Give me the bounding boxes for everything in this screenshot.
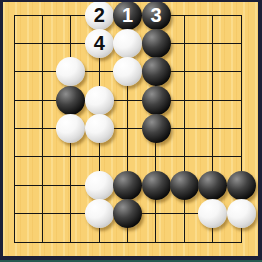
board-cell[interactable]	[43, 186, 71, 214]
board-cell[interactable]	[185, 16, 213, 44]
white-stone: 2	[85, 2, 114, 30]
board-cell[interactable]	[15, 72, 43, 100]
board-cell[interactable]	[213, 101, 241, 129]
board-cell[interactable]	[43, 214, 71, 242]
black-stone: 3	[142, 2, 171, 30]
board-cell[interactable]	[43, 16, 71, 44]
black-stone	[142, 86, 171, 115]
board-cell[interactable]	[15, 101, 43, 129]
white-stone	[113, 29, 142, 58]
black-stone	[113, 171, 142, 200]
board-cell[interactable]	[43, 157, 71, 185]
move-number-label: 1	[122, 5, 133, 25]
board-cell[interactable]	[15, 129, 43, 157]
board-cell[interactable]	[185, 129, 213, 157]
board-cell[interactable]	[185, 44, 213, 72]
board-cell[interactable]	[15, 186, 43, 214]
board-cell[interactable]	[213, 72, 241, 100]
board-cell[interactable]	[213, 16, 241, 44]
move-number-label: 4	[94, 33, 105, 53]
white-stone	[227, 199, 256, 228]
board-cell[interactable]	[15, 214, 43, 242]
board-cell[interactable]	[15, 16, 43, 44]
black-stone	[227, 171, 256, 200]
board-cell[interactable]	[185, 101, 213, 129]
white-stone	[85, 171, 114, 200]
black-stone	[170, 171, 199, 200]
black-stone	[142, 57, 171, 86]
white-stone	[85, 114, 114, 143]
board-frame: 2134	[0, 0, 262, 262]
black-stone	[142, 171, 171, 200]
board-cell[interactable]	[15, 44, 43, 72]
black-stone: 1	[113, 2, 142, 30]
board-cell[interactable]	[213, 44, 241, 72]
white-stone	[85, 199, 114, 228]
white-stone: 4	[85, 29, 114, 58]
board-cell[interactable]	[156, 214, 184, 242]
black-stone	[142, 29, 171, 58]
board-cell[interactable]	[185, 72, 213, 100]
goban: 2134	[3, 2, 258, 256]
move-number-label: 2	[94, 5, 105, 25]
board-cell[interactable]	[213, 129, 241, 157]
white-stone	[85, 86, 114, 115]
move-number-label: 3	[150, 5, 161, 25]
black-stone	[198, 171, 227, 200]
black-stone	[56, 86, 85, 115]
black-stone	[142, 114, 171, 143]
board-cell[interactable]	[15, 157, 43, 185]
